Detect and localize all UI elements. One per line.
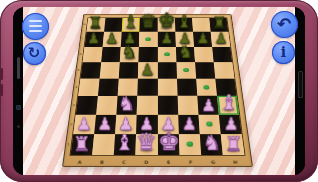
file-label: G xyxy=(201,160,224,164)
square-b4[interactable] xyxy=(98,79,119,96)
square-f4[interactable] xyxy=(176,79,196,96)
undo-icon: ↶ xyxy=(277,14,291,34)
square-d3[interactable] xyxy=(137,96,157,114)
piece-black-knight[interactable]: ♞ xyxy=(121,43,137,61)
move-hint-dot[interactable] xyxy=(182,68,188,72)
move-hint-dot[interactable] xyxy=(203,85,210,89)
piece-white-pawn[interactable]: ♟ xyxy=(223,115,238,132)
piece-black-pawn[interactable]: ♟ xyxy=(140,62,154,78)
piece-white-rook[interactable]: ♜ xyxy=(72,134,90,154)
square-h3[interactable]: ♝ xyxy=(216,96,238,114)
square-h1[interactable]: ♜ xyxy=(220,134,244,155)
square-f1[interactable] xyxy=(178,134,200,155)
info-icon: i xyxy=(281,44,286,60)
piece-white-knight[interactable]: ♞ xyxy=(118,94,135,113)
square-h6[interactable] xyxy=(212,47,232,63)
square-b6[interactable] xyxy=(101,47,121,63)
square-c3[interactable]: ♞ xyxy=(116,96,137,114)
piece-black-pawn[interactable]: ♟ xyxy=(87,31,100,46)
file-label: F xyxy=(179,160,201,164)
earpiece-speaker xyxy=(17,57,20,79)
square-e7[interactable]: ♟ xyxy=(157,32,175,47)
square-f3[interactable] xyxy=(177,96,198,114)
square-e1[interactable]: ♚ xyxy=(157,134,179,155)
square-c1[interactable]: ♝ xyxy=(114,134,136,155)
side-speaker-slot xyxy=(298,71,303,98)
square-a6[interactable] xyxy=(82,47,102,63)
piece-white-pawn[interactable]: ♟ xyxy=(97,115,112,132)
square-a1[interactable]: ♜ xyxy=(70,134,94,155)
square-a7[interactable]: ♟ xyxy=(84,32,104,47)
piece-black-king[interactable]: ♚ xyxy=(157,11,175,31)
square-d7[interactable] xyxy=(139,32,157,47)
piece-white-rook[interactable]: ♜ xyxy=(224,134,242,154)
square-a5[interactable] xyxy=(80,62,101,78)
piece-white-king[interactable]: ♚ xyxy=(157,129,179,153)
file-label: C xyxy=(112,160,134,164)
file-labels: ABCDEFGH xyxy=(68,160,246,164)
menu-icon xyxy=(29,20,42,32)
square-a3[interactable] xyxy=(75,96,97,114)
file-label: H xyxy=(223,160,246,164)
square-d5[interactable]: ♟ xyxy=(138,62,157,78)
piece-black-pawn[interactable]: ♟ xyxy=(214,31,227,46)
chess-board: ♜♝♛♚♝♜♟♟♟♟♟♟♟♞♞♟♞♟♝♟♟♟♟♟♟♟♜♝♛♚♞♜ ABCDEFG… xyxy=(62,14,253,167)
piece-black-knight[interactable]: ♞ xyxy=(177,43,193,61)
square-g6[interactable] xyxy=(193,47,213,63)
square-g3[interactable]: ♟ xyxy=(197,96,219,114)
file-label: B xyxy=(90,160,113,164)
bezel-left xyxy=(13,7,23,175)
square-c6[interactable]: ♞ xyxy=(120,47,139,63)
square-g4[interactable] xyxy=(195,79,216,96)
piece-white-queen[interactable]: ♛ xyxy=(136,130,157,154)
piece-black-bishop[interactable]: ♝ xyxy=(176,13,192,31)
square-b7[interactable]: ♟ xyxy=(102,32,121,47)
square-b3[interactable] xyxy=(96,96,118,114)
piece-black-pawn[interactable]: ♟ xyxy=(196,31,209,46)
square-h7[interactable]: ♟ xyxy=(210,32,230,47)
square-d8[interactable]: ♛ xyxy=(139,18,157,32)
chess-app-screenshot: ♜♝♛♚♝♜♟♟♟♟♟♟♟♞♞♟♞♟♝♟♟♟♟♟♟♟♜♝♛♚♞♜ ABCDEFG… xyxy=(0,0,318,182)
square-b1[interactable] xyxy=(92,134,115,155)
square-g7[interactable]: ♟ xyxy=(192,32,211,47)
piece-black-pawn[interactable]: ♟ xyxy=(159,31,172,46)
board-grid: ♜♝♛♚♝♜♟♟♟♟♟♟♟♞♞♟♞♟♝♟♟♟♟♟♟♟♜♝♛♚♞♜ xyxy=(69,17,245,155)
piece-white-pawn[interactable]: ♟ xyxy=(200,97,215,114)
piece-black-bishop[interactable]: ♝ xyxy=(123,13,139,31)
proximity-sensor xyxy=(17,125,20,128)
info-button[interactable]: i xyxy=(272,41,295,64)
piece-white-knight[interactable]: ♞ xyxy=(202,133,220,154)
square-b5[interactable] xyxy=(99,62,119,78)
move-hint-dot[interactable] xyxy=(163,52,169,56)
piece-white-bishop[interactable]: ♝ xyxy=(219,93,237,113)
file-label: A xyxy=(68,160,91,164)
piece-white-pawn[interactable]: ♟ xyxy=(76,115,91,132)
square-c5[interactable] xyxy=(119,62,139,78)
piece-white-bishop[interactable]: ♝ xyxy=(115,132,134,154)
square-g1[interactable]: ♞ xyxy=(199,134,222,155)
rotate-icon: ↻ xyxy=(28,44,41,62)
phone-screen: ♜♝♛♚♝♜♟♟♟♟♟♟♟♞♞♟♞♟♝♟♟♟♟♟♟♟♜♝♛♚♞♜ ABCDEFG… xyxy=(13,7,305,175)
square-e3[interactable] xyxy=(157,96,177,114)
square-d4[interactable] xyxy=(137,79,157,96)
bezel-right xyxy=(295,7,305,175)
rotate-board-button[interactable]: ↻ xyxy=(23,42,46,65)
undo-button[interactable]: ↶ xyxy=(271,11,298,38)
piece-white-pawn[interactable]: ♟ xyxy=(181,115,196,132)
square-f5[interactable] xyxy=(176,62,196,78)
square-a4[interactable] xyxy=(78,79,100,96)
piece-black-pawn[interactable]: ♟ xyxy=(105,31,118,46)
front-camera xyxy=(16,105,21,110)
volume-down-button[interactable] xyxy=(0,84,3,96)
square-b2[interactable]: ♟ xyxy=(94,114,116,134)
square-e5[interactable] xyxy=(157,62,176,78)
square-f6[interactable]: ♞ xyxy=(175,47,194,63)
square-g5[interactable] xyxy=(194,62,214,78)
square-e4[interactable] xyxy=(157,79,177,96)
square-h5[interactable] xyxy=(213,62,234,78)
square-d1[interactable]: ♛ xyxy=(135,134,157,155)
square-f2[interactable]: ♟ xyxy=(177,114,199,134)
piece-black-queen[interactable]: ♛ xyxy=(140,12,157,31)
square-e6[interactable] xyxy=(157,47,176,63)
move-hint-dot[interactable] xyxy=(205,122,212,127)
menu-button[interactable] xyxy=(22,13,49,40)
board-area: ♜♝♛♚♝♜♟♟♟♟♟♟♟♞♞♟♞♟♝♟♟♟♟♟♟♟♜♝♛♚♞♜ ABCDEFG… xyxy=(62,7,253,167)
file-label: E xyxy=(157,160,179,164)
volume-up-button[interactable] xyxy=(0,68,3,80)
move-hint-dot[interactable] xyxy=(186,142,193,147)
file-label: D xyxy=(135,160,157,164)
move-hint-dot[interactable] xyxy=(145,37,151,41)
